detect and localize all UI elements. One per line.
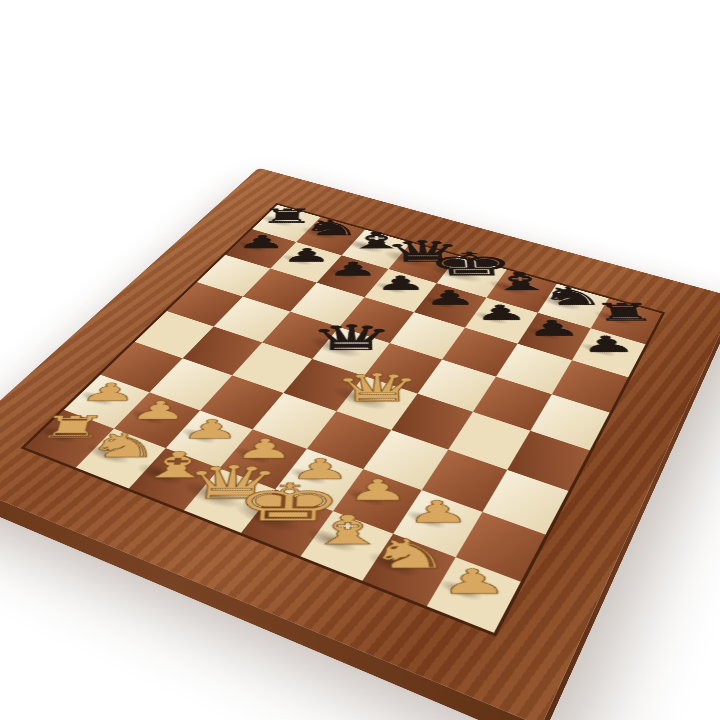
product-photo-scene: ♜♞♝♛♚♝♞♜♟♟♟♟♟♟♟♟♛♛♟♟♟♟♟♟♟♜♞♝♛♚♝♞♟ <box>0 0 720 720</box>
black-rook-glyph: ♜ <box>590 300 659 324</box>
black-pawn-glyph: ♟ <box>472 302 529 323</box>
black-pawn-glyph: ♟ <box>524 317 583 339</box>
black-pawn-glyph: ♟ <box>374 273 427 293</box>
black-queen-glyph: ♛ <box>306 320 396 355</box>
black-pawn-glyph: ♟ <box>236 233 288 251</box>
black-pawn-glyph: ♟ <box>327 259 379 278</box>
pieces-layer: ♜♞♝♛♚♝♞♜♟♟♟♟♟♟♟♟♛♛♟♟♟♟♟♟♟♜♞♝♛♚♝♞♟ <box>259 168 720 298</box>
chess-board: ♜♞♝♛♚♝♞♜♟♟♟♟♟♟♟♟♛♛♟♟♟♟♟♟♟♜♞♝♛♚♝♞♟ <box>0 168 720 720</box>
black-pawn-glyph: ♟ <box>577 333 638 355</box>
black-pawn-glyph: ♟ <box>281 246 333 264</box>
black-pawn-glyph: ♟ <box>423 287 478 307</box>
